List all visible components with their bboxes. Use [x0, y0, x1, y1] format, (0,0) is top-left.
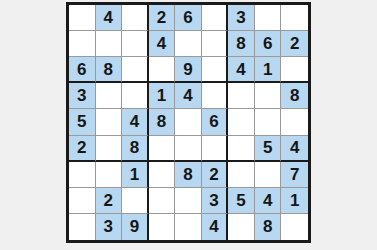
- sudoku-cell-given: 4: [255, 188, 282, 214]
- sudoku-cell-empty[interactable]: [96, 162, 123, 188]
- sudoku-cell-empty[interactable]: [149, 57, 176, 83]
- sudoku-cell-given: 4: [122, 109, 149, 135]
- sudoku-cell-given: 6: [202, 109, 229, 135]
- sudoku-cell-empty[interactable]: [202, 57, 229, 83]
- sudoku-cell-empty[interactable]: [96, 31, 123, 57]
- sudoku-cell-given: 1: [122, 162, 149, 188]
- sudoku-cell-empty[interactable]: [122, 83, 149, 109]
- sudoku-cell-empty[interactable]: [228, 109, 255, 135]
- sudoku-cell-given: 6: [175, 5, 202, 31]
- sudoku-cell-empty[interactable]: [202, 5, 229, 31]
- sudoku-cell-empty[interactable]: [281, 214, 308, 240]
- sudoku-cell-given: 5: [228, 188, 255, 214]
- sudoku-cell-given: 2: [202, 162, 229, 188]
- sudoku-cell-empty[interactable]: [122, 57, 149, 83]
- sudoku-cell-given: 1: [281, 188, 308, 214]
- sudoku-cell-given: 4: [202, 214, 229, 240]
- sudoku-cell-given: 8: [281, 83, 308, 109]
- sudoku-cell-given: 9: [175, 57, 202, 83]
- sudoku-cell-empty[interactable]: [69, 31, 96, 57]
- sudoku-cell-empty[interactable]: [228, 162, 255, 188]
- sudoku-cell-empty[interactable]: [149, 162, 176, 188]
- sudoku-cell-empty[interactable]: [255, 162, 282, 188]
- sudoku-cell-empty[interactable]: [228, 136, 255, 162]
- sudoku-cell-given: 2: [149, 5, 176, 31]
- sudoku-cell-empty[interactable]: [202, 136, 229, 162]
- sudoku-cell-given: 8: [96, 57, 123, 83]
- sudoku-cell-empty[interactable]: [69, 162, 96, 188]
- sudoku-cell-given: 5: [69, 109, 96, 135]
- sudoku-cell-empty[interactable]: [69, 214, 96, 240]
- sudoku-cell-empty[interactable]: [255, 109, 282, 135]
- sudoku-cell-empty[interactable]: [228, 214, 255, 240]
- sudoku-cell-given: 4: [228, 57, 255, 83]
- sudoku-cell-given: 3: [69, 83, 96, 109]
- sudoku-cell-empty[interactable]: [69, 188, 96, 214]
- sudoku-cell-empty[interactable]: [96, 109, 123, 135]
- sudoku-cell-given: 1: [149, 83, 176, 109]
- sudoku-cell-given: 2: [69, 136, 96, 162]
- sudoku-cell-given: 4: [96, 5, 123, 31]
- sudoku-cell-empty[interactable]: [175, 109, 202, 135]
- sudoku-cell-given: 4: [175, 83, 202, 109]
- sudoku-cell-empty[interactable]: [149, 136, 176, 162]
- sudoku-cell-empty[interactable]: [96, 136, 123, 162]
- sudoku-cell-given: 9: [122, 214, 149, 240]
- sudoku-cell-empty[interactable]: [122, 188, 149, 214]
- sudoku-cell-given: 1: [255, 57, 282, 83]
- sudoku-cell-given: 8: [149, 109, 176, 135]
- sudoku-cell-given: 8: [122, 136, 149, 162]
- sudoku-cell-empty[interactable]: [175, 31, 202, 57]
- sudoku-cell-empty[interactable]: [69, 5, 96, 31]
- sudoku-cell-given: 8: [175, 162, 202, 188]
- sudoku-cell-empty[interactable]: [149, 188, 176, 214]
- sudoku-cell-given: 8: [255, 214, 282, 240]
- sudoku-cell-given: 4: [281, 136, 308, 162]
- sudoku-cell-empty[interactable]: [281, 109, 308, 135]
- sudoku-cell-given: 3: [228, 5, 255, 31]
- sudoku-cell-given: 4: [149, 31, 176, 57]
- sudoku-cell-given: 5: [255, 136, 282, 162]
- sudoku-cell-empty[interactable]: [255, 83, 282, 109]
- sudoku-cell-empty[interactable]: [149, 214, 176, 240]
- sudoku-cell-given: 2: [281, 31, 308, 57]
- sudoku-cell-given: 8: [228, 31, 255, 57]
- sudoku-cell-given: 6: [69, 57, 96, 83]
- sudoku-cell-empty[interactable]: [96, 83, 123, 109]
- sudoku-cell-empty[interactable]: [202, 83, 229, 109]
- sudoku-cell-empty[interactable]: [228, 83, 255, 109]
- sudoku-cell-empty[interactable]: [175, 188, 202, 214]
- sudoku-cell-empty[interactable]: [122, 5, 149, 31]
- sudoku-cell-given: 3: [96, 214, 123, 240]
- sudoku-cell-empty[interactable]: [202, 31, 229, 57]
- sudoku-cell-empty[interactable]: [122, 31, 149, 57]
- sudoku-cell-given: 6: [255, 31, 282, 57]
- sudoku-cell-given: 7: [281, 162, 308, 188]
- sudoku-board: 42634862689413148548628541827235413948: [66, 2, 311, 243]
- sudoku-cell-empty[interactable]: [175, 136, 202, 162]
- page-background: 42634862689413148548628541827235413948: [0, 0, 377, 250]
- sudoku-cell-given: 3: [202, 188, 229, 214]
- sudoku-cell-empty[interactable]: [281, 5, 308, 31]
- sudoku-cell-given: 2: [96, 188, 123, 214]
- sudoku-cell-empty[interactable]: [281, 57, 308, 83]
- sudoku-cell-empty[interactable]: [255, 5, 282, 31]
- sudoku-cell-empty[interactable]: [175, 214, 202, 240]
